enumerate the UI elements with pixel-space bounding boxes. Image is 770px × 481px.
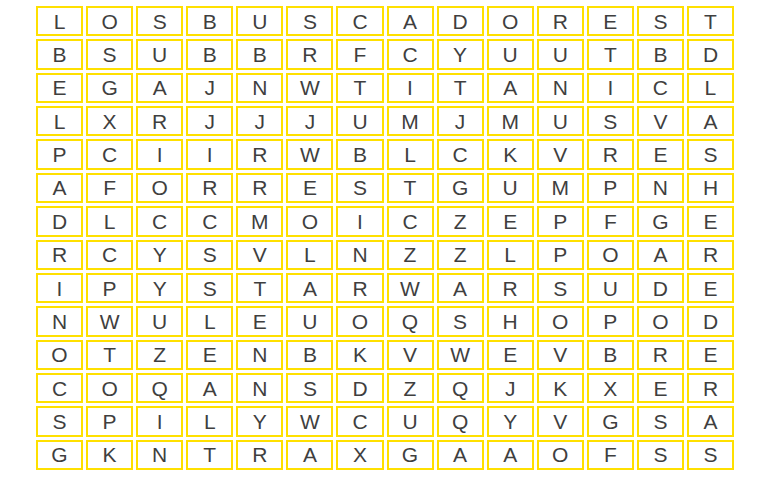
grid-cell[interactable]: I <box>36 273 83 303</box>
grid-cell[interactable]: Z <box>437 240 484 270</box>
grid-cell[interactable]: W <box>437 340 484 370</box>
grid-cell[interactable]: E <box>687 273 734 303</box>
grid-cell[interactable]: F <box>336 39 383 69</box>
grid-cell[interactable]: Z <box>387 240 434 270</box>
grid-cell[interactable]: S <box>286 373 333 403</box>
grid-cell[interactable]: P <box>587 173 634 203</box>
grid-cell[interactable]: U <box>286 306 333 336</box>
grid-cell[interactable]: U <box>336 106 383 136</box>
grid-cell[interactable]: K <box>336 340 383 370</box>
grid-cell[interactable]: X <box>86 106 133 136</box>
grid-cell[interactable]: U <box>387 406 434 436</box>
grid-cell[interactable]: S <box>637 406 684 436</box>
grid-cell[interactable]: S <box>136 6 183 36</box>
grid-cell[interactable]: A <box>687 406 734 436</box>
grid-cell[interactable]: R <box>286 39 333 69</box>
grid-cell[interactable]: Q <box>136 373 183 403</box>
grid-cell[interactable]: Y <box>437 39 484 69</box>
grid-cell[interactable]: M <box>387 106 434 136</box>
grid-cell[interactable]: O <box>136 173 183 203</box>
grid-cell[interactable]: J <box>236 106 283 136</box>
grid-cell[interactable]: T <box>587 39 634 69</box>
grid-cell[interactable]: R <box>236 139 283 169</box>
grid-cell[interactable]: U <box>136 39 183 69</box>
grid-cell[interactable]: E <box>687 206 734 236</box>
grid-cell[interactable]: L <box>487 240 534 270</box>
grid-cell[interactable]: G <box>437 173 484 203</box>
grid-cell[interactable]: O <box>537 440 584 470</box>
grid-cell[interactable]: B <box>36 39 83 69</box>
grid-cell[interactable]: J <box>186 73 233 103</box>
grid-cell[interactable]: V <box>637 106 684 136</box>
grid-cell[interactable]: T <box>687 6 734 36</box>
grid-cell[interactable]: J <box>286 106 333 136</box>
grid-cell[interactable]: Y <box>487 406 534 436</box>
grid-cell[interactable]: V <box>537 340 584 370</box>
grid-cell[interactable]: B <box>637 39 684 69</box>
grid-cell[interactable]: F <box>587 206 634 236</box>
grid-cell[interactable]: Y <box>136 273 183 303</box>
grid-cell[interactable]: R <box>236 440 283 470</box>
grid-cell[interactable]: A <box>437 273 484 303</box>
grid-cell[interactable]: C <box>186 206 233 236</box>
grid-cell[interactable]: G <box>387 440 434 470</box>
grid-cell[interactable]: C <box>336 6 383 36</box>
grid-cell[interactable]: S <box>687 139 734 169</box>
grid-cell[interactable]: W <box>387 273 434 303</box>
grid-cell[interactable]: R <box>537 6 584 36</box>
grid-cell[interactable]: U <box>136 306 183 336</box>
grid-cell[interactable]: E <box>687 340 734 370</box>
grid-cell[interactable]: I <box>136 406 183 436</box>
grid-cell[interactable]: R <box>236 173 283 203</box>
grid-cell[interactable]: S <box>186 273 233 303</box>
grid-cell[interactable]: H <box>687 173 734 203</box>
grid-cell[interactable]: A <box>387 6 434 36</box>
grid-cell[interactable]: J <box>186 106 233 136</box>
grid-cell[interactable]: S <box>36 406 83 436</box>
grid-cell[interactable]: A <box>637 240 684 270</box>
grid-cell[interactable]: C <box>36 373 83 403</box>
grid-cell[interactable]: S <box>437 306 484 336</box>
grid-cell[interactable]: L <box>387 139 434 169</box>
grid-cell[interactable]: G <box>587 406 634 436</box>
grid-cell[interactable]: L <box>186 406 233 436</box>
grid-cell[interactable]: R <box>136 106 183 136</box>
grid-cell[interactable]: S <box>587 106 634 136</box>
grid-cell[interactable]: P <box>537 240 584 270</box>
grid-cell[interactable]: U <box>537 39 584 69</box>
grid-cell[interactable]: O <box>36 340 83 370</box>
grid-cell[interactable]: W <box>286 139 333 169</box>
grid-cell[interactable]: T <box>437 73 484 103</box>
grid-cell[interactable]: K <box>537 373 584 403</box>
grid-cell[interactable]: N <box>637 173 684 203</box>
grid-cell[interactable]: T <box>387 173 434 203</box>
grid-cell[interactable]: T <box>186 440 233 470</box>
grid-cell[interactable]: L <box>286 240 333 270</box>
grid-cell[interactable]: C <box>387 206 434 236</box>
grid-cell[interactable]: R <box>336 273 383 303</box>
grid-cell[interactable]: C <box>86 139 133 169</box>
grid-cell[interactable]: R <box>637 340 684 370</box>
word-search-page: LOSBUSCADORESTBSUBBRFCYUUTBDEGAJNWTITANI… <box>0 0 770 481</box>
grid-cell[interactable]: R <box>687 240 734 270</box>
grid-cell[interactable]: T <box>86 340 133 370</box>
grid-cell[interactable]: A <box>487 440 534 470</box>
grid-cell[interactable]: E <box>487 340 534 370</box>
grid-cell[interactable]: P <box>86 273 133 303</box>
grid-cell[interactable]: O <box>487 6 534 36</box>
grid-cell[interactable]: J <box>437 106 484 136</box>
grid-cell[interactable]: O <box>537 306 584 336</box>
grid-cell[interactable]: A <box>437 440 484 470</box>
grid-cell[interactable]: D <box>36 206 83 236</box>
grid-cell[interactable]: P <box>537 206 584 236</box>
grid-cell[interactable]: L <box>36 106 83 136</box>
grid-cell[interactable]: B <box>236 39 283 69</box>
grid-cell[interactable]: O <box>336 306 383 336</box>
grid-cell[interactable]: B <box>186 6 233 36</box>
grid-cell[interactable]: B <box>186 39 233 69</box>
grid-cell[interactable]: L <box>36 6 83 36</box>
grid-cell[interactable]: G <box>637 206 684 236</box>
grid-cell[interactable]: A <box>687 106 734 136</box>
grid-cell[interactable]: E <box>186 340 233 370</box>
grid-cell[interactable]: I <box>186 139 233 169</box>
grid-cell[interactable]: E <box>637 373 684 403</box>
grid-cell[interactable]: P <box>86 406 133 436</box>
grid-cell[interactable]: Y <box>236 406 283 436</box>
grid-cell[interactable]: X <box>587 373 634 403</box>
grid-cell[interactable]: D <box>336 373 383 403</box>
grid-cell[interactable]: R <box>687 373 734 403</box>
grid-cell[interactable]: K <box>487 139 534 169</box>
grid-cell[interactable]: C <box>86 240 133 270</box>
grid-cell[interactable]: E <box>286 173 333 203</box>
grid-cell[interactable]: O <box>86 373 133 403</box>
grid-cell[interactable]: E <box>587 6 634 36</box>
grid-cell[interactable]: D <box>637 273 684 303</box>
grid-cell[interactable]: S <box>336 173 383 203</box>
grid-cell[interactable]: S <box>286 6 333 36</box>
grid-cell[interactable]: O <box>587 240 634 270</box>
grid-cell[interactable]: W <box>286 73 333 103</box>
grid-cell[interactable]: V <box>387 340 434 370</box>
grid-cell[interactable]: Y <box>136 240 183 270</box>
grid-cell[interactable]: Z <box>437 206 484 236</box>
grid-cell[interactable]: A <box>487 73 534 103</box>
grid-cell[interactable]: U <box>587 273 634 303</box>
grid-cell[interactable]: H <box>487 306 534 336</box>
grid-cell[interactable]: C <box>637 73 684 103</box>
grid-cell[interactable]: O <box>286 206 333 236</box>
grid-cell[interactable]: K <box>86 440 133 470</box>
grid-cell[interactable]: Z <box>136 340 183 370</box>
grid-cell[interactable]: T <box>236 273 283 303</box>
grid-cell[interactable]: U <box>487 39 534 69</box>
grid-cell[interactable]: P <box>36 139 83 169</box>
grid-cell[interactable]: L <box>687 73 734 103</box>
grid-cell[interactable]: C <box>336 406 383 436</box>
grid-cell[interactable]: C <box>437 139 484 169</box>
grid-cell[interactable]: J <box>487 373 534 403</box>
grid-cell[interactable]: N <box>136 440 183 470</box>
grid-cell[interactable]: V <box>537 406 584 436</box>
grid-cell[interactable]: A <box>136 73 183 103</box>
grid-cell[interactable]: O <box>637 306 684 336</box>
grid-cell[interactable]: M <box>537 173 584 203</box>
grid-cell[interactable]: A <box>36 173 83 203</box>
grid-cell[interactable]: M <box>487 106 534 136</box>
grid-cell[interactable]: D <box>437 6 484 36</box>
grid-cell[interactable]: E <box>236 306 283 336</box>
grid-cell[interactable]: R <box>186 173 233 203</box>
grid-cell[interactable]: N <box>36 306 83 336</box>
grid-cell[interactable]: S <box>687 440 734 470</box>
grid-cell[interactable]: S <box>637 6 684 36</box>
grid-cell[interactable]: M <box>236 206 283 236</box>
word-search-board: LOSBUSCADORESTBSUBBRFCYUUTBDEGAJNWTITANI… <box>36 6 734 470</box>
grid-cell[interactable]: N <box>236 73 283 103</box>
grid-cell[interactable]: A <box>286 273 333 303</box>
grid-cell[interactable]: W <box>286 406 333 436</box>
grid-cell[interactable]: B <box>336 139 383 169</box>
grid-cell[interactable]: N <box>336 240 383 270</box>
grid-cell[interactable]: Q <box>437 406 484 436</box>
grid-cell[interactable]: U <box>236 6 283 36</box>
grid-cell[interactable]: U <box>537 106 584 136</box>
grid-cell[interactable]: G <box>36 440 83 470</box>
grid-cell[interactable]: I <box>587 73 634 103</box>
grid-cell[interactable]: C <box>136 206 183 236</box>
grid-cell[interactable]: B <box>587 340 634 370</box>
grid-cell[interactable]: I <box>136 139 183 169</box>
grid-cell[interactable]: I <box>387 73 434 103</box>
grid-cell[interactable]: S <box>637 440 684 470</box>
grid-cell[interactable]: E <box>36 73 83 103</box>
grid-cell[interactable]: R <box>587 139 634 169</box>
grid-cell[interactable]: E <box>487 206 534 236</box>
grid-cell[interactable]: T <box>336 73 383 103</box>
grid-cell[interactable]: F <box>86 173 133 203</box>
grid-cell[interactable]: B <box>286 340 333 370</box>
grid-cell[interactable]: U <box>487 173 534 203</box>
grid-cell[interactable]: N <box>537 73 584 103</box>
grid-cell[interactable]: W <box>86 306 133 336</box>
grid-cell[interactable]: V <box>537 139 584 169</box>
grid-cell[interactable]: I <box>336 206 383 236</box>
grid-cell[interactable]: S <box>537 273 584 303</box>
grid-cell[interactable]: Z <box>387 373 434 403</box>
grid-cell[interactable]: N <box>236 340 283 370</box>
grid-cell[interactable]: G <box>86 73 133 103</box>
grid-cell[interactable]: O <box>86 6 133 36</box>
grid-cell[interactable]: D <box>687 39 734 69</box>
grid-cell[interactable]: R <box>36 240 83 270</box>
grid-cell[interactable]: X <box>336 440 383 470</box>
grid-cell[interactable]: Q <box>387 306 434 336</box>
grid-cell[interactable]: L <box>186 306 233 336</box>
grid-cell[interactable]: N <box>236 373 283 403</box>
grid-cell[interactable]: R <box>487 273 534 303</box>
grid-cell[interactable]: V <box>236 240 283 270</box>
grid-cell[interactable]: C <box>387 39 434 69</box>
grid-cell[interactable]: S <box>186 240 233 270</box>
grid-cell[interactable]: E <box>637 139 684 169</box>
grid-cell[interactable]: D <box>687 306 734 336</box>
grid-cell[interactable]: A <box>286 440 333 470</box>
grid-cell[interactable]: L <box>86 206 133 236</box>
grid-cell[interactable]: P <box>587 306 634 336</box>
grid-cell[interactable]: F <box>587 440 634 470</box>
grid-cell[interactable]: S <box>86 39 133 69</box>
grid-cell[interactable]: A <box>186 373 233 403</box>
grid-cell[interactable]: Q <box>437 373 484 403</box>
